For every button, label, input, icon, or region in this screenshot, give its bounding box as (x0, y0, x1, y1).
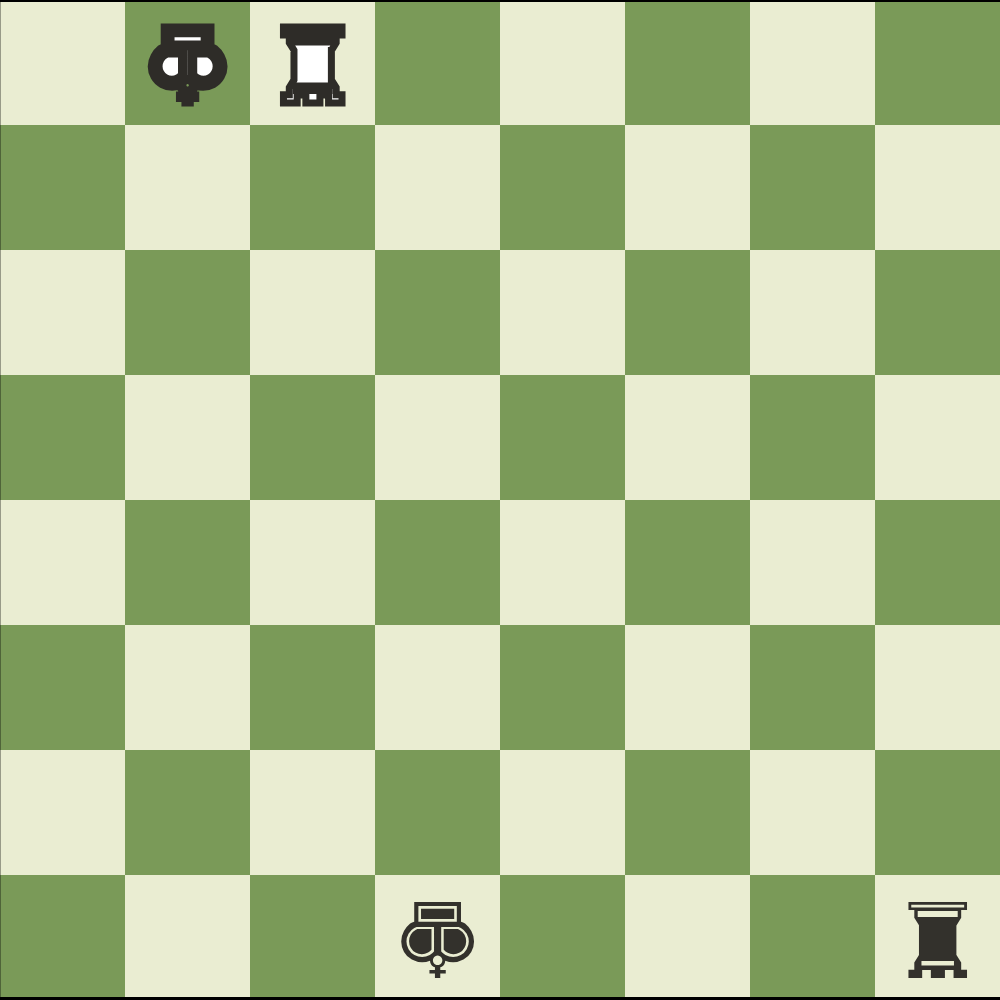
square-e8[interactable] (500, 0, 625, 125)
square-h5[interactable] (875, 375, 1000, 500)
square-e4[interactable] (500, 500, 625, 625)
square-a1[interactable] (0, 875, 125, 1000)
square-f6[interactable] (625, 250, 750, 375)
square-b8[interactable]: ♚ (125, 0, 250, 125)
black-king[interactable]: ♚ (391, 886, 484, 990)
square-a2[interactable] (0, 750, 125, 875)
square-g3[interactable] (750, 625, 875, 750)
square-c1[interactable] (250, 875, 375, 1000)
square-b1[interactable] (125, 875, 250, 1000)
chess-app-screen: ♚♜♚♜ (0, 0, 1000, 1000)
white-king[interactable]: ♚ (141, 11, 234, 115)
square-a3[interactable] (0, 625, 125, 750)
window-edge-left-line (0, 0, 1, 1000)
square-h6[interactable] (875, 250, 1000, 375)
square-g4[interactable] (750, 500, 875, 625)
square-c4[interactable] (250, 500, 375, 625)
square-d1[interactable]: ♚ (375, 875, 500, 1000)
square-b5[interactable] (125, 375, 250, 500)
square-b4[interactable] (125, 500, 250, 625)
square-f8[interactable] (625, 0, 750, 125)
square-d2[interactable] (375, 750, 500, 875)
square-c3[interactable] (250, 625, 375, 750)
black-rook[interactable]: ♜ (891, 886, 984, 990)
square-e7[interactable] (500, 125, 625, 250)
window-edge-top-bar (0, 0, 1000, 2)
square-f3[interactable] (625, 625, 750, 750)
square-f7[interactable] (625, 125, 750, 250)
square-d8[interactable] (375, 0, 500, 125)
square-c5[interactable] (250, 375, 375, 500)
square-f5[interactable] (625, 375, 750, 500)
square-g1[interactable] (750, 875, 875, 1000)
chess-board: ♚♜♚♜ (0, 0, 1000, 1000)
square-f1[interactable] (625, 875, 750, 1000)
square-h2[interactable] (875, 750, 1000, 875)
square-d4[interactable] (375, 500, 500, 625)
square-h3[interactable] (875, 625, 1000, 750)
square-g2[interactable] (750, 750, 875, 875)
square-a5[interactable] (0, 375, 125, 500)
white-rook[interactable]: ♜ (266, 11, 359, 115)
square-g5[interactable] (750, 375, 875, 500)
square-e1[interactable] (500, 875, 625, 1000)
square-d7[interactable] (375, 125, 500, 250)
square-b3[interactable] (125, 625, 250, 750)
square-h4[interactable] (875, 500, 1000, 625)
square-e3[interactable] (500, 625, 625, 750)
square-a6[interactable] (0, 250, 125, 375)
square-e5[interactable] (500, 375, 625, 500)
square-c8[interactable]: ♜ (250, 0, 375, 125)
square-b6[interactable] (125, 250, 250, 375)
square-d5[interactable] (375, 375, 500, 500)
square-g8[interactable] (750, 0, 875, 125)
square-a8[interactable] (0, 0, 125, 125)
square-h7[interactable] (875, 125, 1000, 250)
square-g7[interactable] (750, 125, 875, 250)
square-f4[interactable] (625, 500, 750, 625)
square-h8[interactable] (875, 0, 1000, 125)
square-c7[interactable] (250, 125, 375, 250)
square-a7[interactable] (0, 125, 125, 250)
square-h1[interactable]: ♜ (875, 875, 1000, 1000)
square-d3[interactable] (375, 625, 500, 750)
square-c6[interactable] (250, 250, 375, 375)
square-g6[interactable] (750, 250, 875, 375)
square-e2[interactable] (500, 750, 625, 875)
square-b2[interactable] (125, 750, 250, 875)
square-a4[interactable] (0, 500, 125, 625)
square-e6[interactable] (500, 250, 625, 375)
square-d6[interactable] (375, 250, 500, 375)
square-f2[interactable] (625, 750, 750, 875)
square-b7[interactable] (125, 125, 250, 250)
square-c2[interactable] (250, 750, 375, 875)
